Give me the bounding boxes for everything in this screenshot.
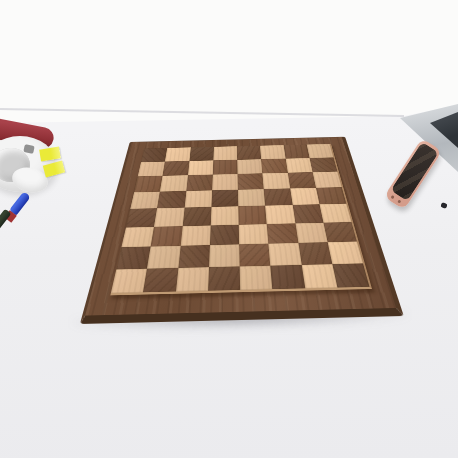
board-square [211,189,238,206]
board-square [186,175,213,191]
board-square [287,172,315,188]
board-square [238,189,265,206]
board-square [138,161,165,176]
board-square [270,265,304,290]
board-square [126,208,157,227]
board-square [237,146,261,160]
board-square [151,226,183,247]
board-square [309,157,337,172]
board-square [323,222,357,242]
board-square [154,208,184,227]
board-square [182,207,211,226]
board-square [312,172,341,188]
board-square [213,160,238,175]
board-square [239,224,269,245]
board-square [188,160,214,175]
board-square [178,245,210,268]
board-square [295,222,327,242]
board-square [213,146,237,160]
board-square [212,174,238,190]
board-square [210,224,239,245]
board-square [238,173,264,189]
board-square [130,191,160,209]
board-square [285,158,312,173]
chess-board [72,0,404,340]
board-square [298,242,332,264]
board-square [264,188,292,205]
board-square [269,243,302,265]
board-panel [110,144,372,295]
board-square [141,148,167,162]
board-square [265,205,295,224]
board-square [208,266,240,291]
board-square [163,161,189,176]
phone-port-icon [397,199,401,203]
board-square [260,145,285,159]
board-square [189,147,214,161]
board-square [319,204,351,223]
board-square [332,263,369,288]
board-square [238,206,267,225]
board-square [160,175,188,191]
board-square [111,268,147,293]
board-square [316,187,347,204]
board-square [134,176,163,192]
board-square [292,204,323,223]
board-square [209,244,240,266]
board-square [180,225,210,246]
board-square [121,227,154,248]
board-square [116,247,150,270]
photo-scene [0,0,458,458]
board-square [165,147,190,161]
board-square [267,223,298,244]
board-square [263,173,290,189]
board-square [327,241,362,263]
board-square [283,145,309,159]
board-square [261,158,287,173]
board-square [211,206,239,225]
board-square [237,159,262,174]
board-square [290,188,320,205]
board-square [176,267,209,292]
board-grid [111,144,370,293]
board-frame [80,137,404,324]
board-square [143,268,178,293]
board-square [184,190,212,207]
board-square [157,191,186,209]
phone-port-icon [391,195,395,199]
board-square [240,265,273,290]
board-square [147,246,180,269]
board-square [307,144,334,158]
board-square [301,264,337,289]
board-square [239,244,270,266]
